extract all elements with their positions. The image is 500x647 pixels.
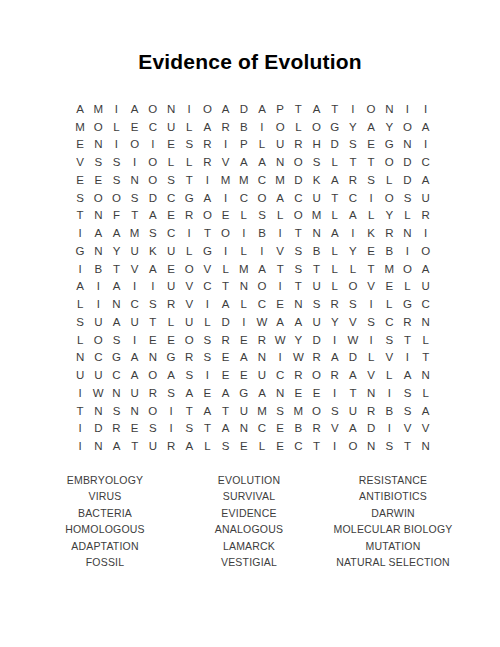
grid-cell[interactable]: E (307, 384, 325, 402)
grid-cell[interactable]: T (71, 402, 89, 420)
grid-cell[interactable]: Y (380, 118, 398, 136)
grid-cell[interactable]: C (253, 171, 271, 189)
grid-cell[interactable]: R (362, 402, 380, 420)
grid-cell[interactable]: S (344, 295, 362, 313)
grid-cell[interactable]: S (162, 384, 180, 402)
grid-cell[interactable]: S (398, 384, 416, 402)
grid-cell[interactable]: I (344, 224, 362, 242)
grid-cell[interactable]: S (380, 437, 398, 455)
grid-cell[interactable]: S (398, 402, 416, 420)
grid-cell[interactable]: I (235, 313, 253, 331)
grid-cell[interactable]: A (144, 207, 162, 225)
grid-cell[interactable]: M (253, 402, 271, 420)
grid-cell[interactable]: O (398, 118, 416, 136)
grid-cell[interactable]: A (162, 366, 180, 384)
grid-cell[interactable]: T (180, 171, 198, 189)
grid-cell[interactable]: U (71, 366, 89, 384)
grid-cell[interactable]: N (417, 366, 435, 384)
grid-cell[interactable]: M (71, 118, 89, 136)
grid-cell[interactable]: D (398, 171, 416, 189)
grid-cell[interactable]: G (235, 384, 253, 402)
grid-cell[interactable]: T (398, 331, 416, 349)
grid-cell[interactable]: E (271, 420, 289, 438)
grid-cell[interactable]: L (180, 242, 198, 260)
grid-cell[interactable]: L (344, 260, 362, 278)
grid-cell[interactable]: C (235, 189, 253, 207)
grid-cell[interactable]: R (380, 224, 398, 242)
grid-cell[interactable]: I (271, 349, 289, 367)
grid-cell[interactable]: S (89, 153, 107, 171)
grid-cell[interactable]: T (198, 224, 216, 242)
grid-cell[interactable]: L (398, 207, 416, 225)
grid-cell[interactable]: O (144, 153, 162, 171)
grid-cell[interactable]: O (198, 207, 216, 225)
grid-cell[interactable]: O (180, 331, 198, 349)
grid-cell[interactable]: R (398, 313, 416, 331)
grid-cell[interactable]: S (344, 136, 362, 154)
grid-cell[interactable]: O (344, 278, 362, 296)
grid-cell[interactable]: A (235, 349, 253, 367)
grid-cell[interactable]: A (217, 295, 235, 313)
grid-cell[interactable]: T (307, 260, 325, 278)
grid-cell[interactable]: D (362, 420, 380, 438)
grid-cell[interactable]: A (417, 260, 435, 278)
grid-cell[interactable]: S (144, 224, 162, 242)
grid-cell[interactable]: L (362, 349, 380, 367)
grid-cell[interactable]: S (180, 366, 198, 384)
grid-cell[interactable]: L (180, 118, 198, 136)
grid-cell[interactable]: O (144, 366, 162, 384)
grid-cell[interactable]: G (398, 295, 416, 313)
grid-cell[interactable]: T (289, 278, 307, 296)
grid-cell[interactable]: R (162, 295, 180, 313)
grid-cell[interactable]: I (417, 224, 435, 242)
grid-cell[interactable]: U (144, 437, 162, 455)
grid-cell[interactable]: I (380, 384, 398, 402)
grid-cell[interactable]: T (271, 260, 289, 278)
grid-cell[interactable]: I (398, 100, 416, 118)
grid-cell[interactable]: A (326, 349, 344, 367)
grid-cell[interactable]: S (144, 420, 162, 438)
grid-cell[interactable]: E (198, 384, 216, 402)
grid-cell[interactable]: C (162, 224, 180, 242)
grid-cell[interactable]: D (89, 420, 107, 438)
grid-cell[interactable]: M (89, 100, 107, 118)
grid-cell[interactable]: E (362, 136, 380, 154)
grid-cell[interactable]: V (417, 420, 435, 438)
grid-cell[interactable]: C (144, 118, 162, 136)
grid-cell[interactable]: E (271, 295, 289, 313)
grid-cell[interactable]: V (180, 278, 198, 296)
grid-cell[interactable]: K (362, 224, 380, 242)
grid-cell[interactable]: E (235, 366, 253, 384)
grid-cell[interactable]: A (107, 278, 125, 296)
grid-cell[interactable]: V (326, 420, 344, 438)
grid-cell[interactable]: T (126, 207, 144, 225)
grid-cell[interactable]: N (417, 437, 435, 455)
grid-cell[interactable]: L (235, 207, 253, 225)
grid-cell[interactable]: C (417, 295, 435, 313)
grid-cell[interactable]: V (362, 278, 380, 296)
grid-cell[interactable]: V (198, 260, 216, 278)
grid-cell[interactable]: C (107, 366, 125, 384)
grid-cell[interactable]: A (344, 207, 362, 225)
grid-cell[interactable]: A (126, 349, 144, 367)
grid-cell[interactable]: R (307, 349, 325, 367)
grid-cell[interactable]: S (380, 331, 398, 349)
grid-cell[interactable]: I (162, 420, 180, 438)
grid-cell[interactable]: S (307, 295, 325, 313)
grid-cell[interactable]: A (235, 153, 253, 171)
grid-cell[interactable]: A (398, 366, 416, 384)
grid-cell[interactable]: A (344, 366, 362, 384)
grid-cell[interactable]: L (398, 278, 416, 296)
grid-cell[interactable]: U (271, 136, 289, 154)
grid-cell[interactable]: O (307, 366, 325, 384)
grid-cell[interactable]: O (307, 118, 325, 136)
grid-cell[interactable]: R (217, 331, 235, 349)
grid-cell[interactable]: S (398, 189, 416, 207)
grid-cell[interactable]: R (180, 207, 198, 225)
grid-cell[interactable]: I (198, 171, 216, 189)
grid-cell[interactable]: M (271, 171, 289, 189)
grid-cell[interactable]: P (235, 136, 253, 154)
grid-cell[interactable]: O (107, 189, 125, 207)
grid-cell[interactable]: A (271, 313, 289, 331)
grid-cell[interactable]: A (126, 100, 144, 118)
grid-cell[interactable]: A (253, 260, 271, 278)
grid-cell[interactable]: A (217, 384, 235, 402)
grid-cell[interactable]: N (107, 384, 125, 402)
grid-cell[interactable]: V (380, 349, 398, 367)
grid-cell[interactable]: L (380, 366, 398, 384)
grid-cell[interactable]: I (235, 224, 253, 242)
grid-cell[interactable]: A (289, 313, 307, 331)
grid-cell[interactable]: I (271, 224, 289, 242)
grid-cell[interactable]: U (89, 313, 107, 331)
grid-cell[interactable]: A (144, 260, 162, 278)
grid-cell[interactable]: U (235, 402, 253, 420)
grid-cell[interactable]: R (344, 171, 362, 189)
grid-cell[interactable]: I (89, 295, 107, 313)
grid-cell[interactable]: F (107, 207, 125, 225)
grid-cell[interactable]: L (217, 260, 235, 278)
grid-cell[interactable]: O (126, 136, 144, 154)
grid-cell[interactable]: N (162, 100, 180, 118)
grid-cell[interactable]: L (326, 242, 344, 260)
grid-cell[interactable]: R (307, 420, 325, 438)
grid-cell[interactable]: L (107, 118, 125, 136)
grid-cell[interactable]: S (107, 331, 125, 349)
grid-cell[interactable]: Y (289, 331, 307, 349)
grid-cell[interactable]: M (307, 207, 325, 225)
grid-cell[interactable]: A (126, 366, 144, 384)
grid-cell[interactable]: S (362, 313, 380, 331)
grid-cell[interactable]: O (217, 224, 235, 242)
grid-cell[interactable]: I (71, 437, 89, 455)
grid-cell[interactable]: R (217, 118, 235, 136)
grid-cell[interactable]: S (71, 313, 89, 331)
grid-cell[interactable]: N (89, 437, 107, 455)
grid-cell[interactable]: N (89, 136, 107, 154)
grid-cell[interactable]: O (198, 100, 216, 118)
grid-cell[interactable]: I (107, 136, 125, 154)
grid-cell[interactable]: I (380, 420, 398, 438)
grid-cell[interactable]: N (71, 349, 89, 367)
grid-cell[interactable]: I (398, 349, 416, 367)
grid-cell[interactable]: L (162, 153, 180, 171)
grid-cell[interactable]: E (162, 207, 180, 225)
grid-cell[interactable]: S (289, 260, 307, 278)
grid-cell[interactable]: R (326, 366, 344, 384)
grid-cell[interactable]: I (344, 100, 362, 118)
grid-cell[interactable]: C (417, 153, 435, 171)
grid-cell[interactable]: N (271, 384, 289, 402)
grid-cell[interactable]: E (217, 366, 235, 384)
grid-cell[interactable]: T (344, 384, 362, 402)
grid-cell[interactable]: T (289, 224, 307, 242)
grid-cell[interactable]: N (89, 207, 107, 225)
grid-cell[interactable]: E (235, 437, 253, 455)
grid-cell[interactable]: O (180, 260, 198, 278)
grid-cell[interactable]: M (217, 171, 235, 189)
grid-cell[interactable]: E (235, 331, 253, 349)
grid-cell[interactable]: T (362, 153, 380, 171)
grid-cell[interactable]: L (71, 295, 89, 313)
grid-cell[interactable]: Y (344, 118, 362, 136)
grid-cell[interactable]: V (344, 313, 362, 331)
grid-cell[interactable]: A (180, 384, 198, 402)
grid-cell[interactable]: I (398, 242, 416, 260)
grid-cell[interactable]: M (380, 260, 398, 278)
grid-cell[interactable]: T (417, 349, 435, 367)
grid-cell[interactable]: B (253, 224, 271, 242)
grid-cell[interactable]: R (107, 420, 125, 438)
grid-cell[interactable]: I (217, 136, 235, 154)
grid-cell[interactable]: A (217, 420, 235, 438)
grid-cell[interactable]: S (180, 420, 198, 438)
grid-cell[interactable]: R (180, 349, 198, 367)
grid-cell[interactable]: L (271, 207, 289, 225)
grid-cell[interactable]: S (217, 437, 235, 455)
grid-cell[interactable]: E (289, 384, 307, 402)
grid-cell[interactable]: I (253, 242, 271, 260)
grid-cell[interactable]: I (162, 402, 180, 420)
grid-cell[interactable]: N (126, 402, 144, 420)
grid-cell[interactable]: L (326, 153, 344, 171)
grid-cell[interactable]: E (362, 242, 380, 260)
grid-cell[interactable]: E (217, 349, 235, 367)
grid-cell[interactable]: I (198, 366, 216, 384)
grid-cell[interactable]: S (362, 171, 380, 189)
grid-cell[interactable]: C (126, 295, 144, 313)
grid-cell[interactable]: N (107, 295, 125, 313)
grid-cell[interactable]: O (89, 118, 107, 136)
grid-cell[interactable]: L (253, 136, 271, 154)
grid-cell[interactable]: S (198, 349, 216, 367)
grid-cell[interactable]: N (362, 437, 380, 455)
grid-cell[interactable]: T (289, 100, 307, 118)
grid-cell[interactable]: R (289, 366, 307, 384)
grid-cell[interactable]: E (89, 171, 107, 189)
grid-cell[interactable]: T (217, 278, 235, 296)
grid-cell[interactable]: O (253, 278, 271, 296)
grid-cell[interactable]: O (362, 100, 380, 118)
grid-cell[interactable]: C (253, 420, 271, 438)
grid-cell[interactable]: I (144, 136, 162, 154)
grid-cell[interactable]: N (253, 349, 271, 367)
grid-cell[interactable]: R (289, 136, 307, 154)
grid-cell[interactable]: I (71, 384, 89, 402)
grid-cell[interactable]: B (380, 242, 398, 260)
grid-cell[interactable]: T (217, 402, 235, 420)
grid-cell[interactable]: R (253, 331, 271, 349)
grid-cell[interactable]: T (144, 313, 162, 331)
grid-cell[interactable]: I (362, 295, 380, 313)
grid-cell[interactable]: V (71, 153, 89, 171)
grid-cell[interactable]: I (126, 331, 144, 349)
grid-cell[interactable]: D (398, 153, 416, 171)
grid-cell[interactable]: G (326, 118, 344, 136)
grid-cell[interactable]: T (107, 260, 125, 278)
grid-cell[interactable]: A (71, 278, 89, 296)
grid-cell[interactable]: A (198, 189, 216, 207)
grid-cell[interactable]: N (271, 153, 289, 171)
grid-cell[interactable]: O (144, 171, 162, 189)
grid-cell[interactable]: O (89, 189, 107, 207)
grid-cell[interactable]: I (126, 153, 144, 171)
grid-cell[interactable]: L (326, 207, 344, 225)
grid-cell[interactable]: U (126, 384, 144, 402)
grid-cell[interactable]: L (235, 242, 253, 260)
grid-cell[interactable]: S (107, 402, 125, 420)
grid-cell[interactable]: L (326, 260, 344, 278)
grid-cell[interactable]: U (126, 242, 144, 260)
grid-cell[interactable]: T (126, 437, 144, 455)
grid-cell[interactable]: M (235, 171, 253, 189)
grid-cell[interactable]: E (271, 437, 289, 455)
grid-cell[interactable]: G (107, 349, 125, 367)
grid-cell[interactable]: I (217, 242, 235, 260)
grid-cell[interactable]: Y (107, 242, 125, 260)
grid-cell[interactable]: C (253, 295, 271, 313)
grid-cell[interactable]: O (380, 153, 398, 171)
grid-cell[interactable]: E (380, 278, 398, 296)
grid-cell[interactable]: E (162, 331, 180, 349)
grid-cell[interactable]: I (180, 224, 198, 242)
grid-cell[interactable]: S (198, 331, 216, 349)
grid-cell[interactable]: G (380, 136, 398, 154)
grid-cell[interactable]: U (180, 313, 198, 331)
grid-cell[interactable]: A (271, 189, 289, 207)
grid-cell[interactable]: C (380, 313, 398, 331)
grid-cell[interactable]: N (235, 420, 253, 438)
grid-cell[interactable]: I (107, 100, 125, 118)
grid-cell[interactable]: W (271, 331, 289, 349)
grid-cell[interactable]: B (289, 420, 307, 438)
grid-cell[interactable]: I (271, 278, 289, 296)
grid-cell[interactable]: G (180, 189, 198, 207)
grid-cell[interactable]: B (380, 402, 398, 420)
grid-cell[interactable]: L (362, 207, 380, 225)
grid-cell[interactable]: S (253, 207, 271, 225)
grid-cell[interactable]: W (344, 331, 362, 349)
grid-cell[interactable]: A (89, 224, 107, 242)
grid-cell[interactable]: W (289, 349, 307, 367)
grid-cell[interactable]: A (217, 100, 235, 118)
grid-cell[interactable]: W (89, 384, 107, 402)
grid-cell[interactable]: D (344, 349, 362, 367)
grid-cell[interactable]: M (235, 260, 253, 278)
grid-cell[interactable]: I (417, 100, 435, 118)
grid-cell[interactable]: K (144, 242, 162, 260)
grid-cell[interactable]: I (144, 278, 162, 296)
grid-cell[interactable]: S (162, 171, 180, 189)
grid-cell[interactable]: I (89, 278, 107, 296)
grid-cell[interactable]: B (89, 260, 107, 278)
grid-cell[interactable]: E (71, 136, 89, 154)
grid-cell[interactable]: L (417, 331, 435, 349)
grid-cell[interactable]: G (198, 242, 216, 260)
grid-cell[interactable]: A (253, 153, 271, 171)
grid-cell[interactable]: A (107, 224, 125, 242)
grid-cell[interactable]: D (289, 171, 307, 189)
grid-cell[interactable]: D (326, 136, 344, 154)
grid-cell[interactable]: L (198, 437, 216, 455)
grid-cell[interactable]: U (307, 278, 325, 296)
grid-cell[interactable]: L (380, 295, 398, 313)
grid-cell[interactable]: C (289, 437, 307, 455)
grid-cell[interactable]: N (398, 136, 416, 154)
grid-cell[interactable]: I (362, 189, 380, 207)
grid-cell[interactable]: D (217, 313, 235, 331)
grid-cell[interactable]: U (417, 278, 435, 296)
grid-cell[interactable]: O (307, 402, 325, 420)
grid-cell[interactable]: W (253, 313, 271, 331)
grid-cell[interactable]: O (89, 331, 107, 349)
grid-cell[interactable]: A (307, 100, 325, 118)
grid-cell[interactable]: N (289, 295, 307, 313)
grid-cell[interactable]: T (307, 437, 325, 455)
grid-cell[interactable]: H (307, 136, 325, 154)
grid-cell[interactable]: T (326, 100, 344, 118)
grid-cell[interactable]: D (144, 189, 162, 207)
grid-cell[interactable]: I (253, 118, 271, 136)
grid-cell[interactable]: N (89, 402, 107, 420)
grid-cell[interactable]: C (162, 189, 180, 207)
grid-cell[interactable]: I (326, 384, 344, 402)
grid-cell[interactable]: U (162, 118, 180, 136)
grid-cell[interactable]: R (417, 207, 435, 225)
grid-cell[interactable]: C (344, 189, 362, 207)
grid-cell[interactable]: U (162, 278, 180, 296)
grid-cell[interactable]: S (180, 136, 198, 154)
grid-cell[interactable]: U (89, 366, 107, 384)
grid-cell[interactable]: G (71, 242, 89, 260)
grid-cell[interactable]: C (289, 189, 307, 207)
grid-cell[interactable]: O (271, 118, 289, 136)
grid-cell[interactable]: T (71, 207, 89, 225)
grid-cell[interactable]: I (326, 331, 344, 349)
grid-cell[interactable]: T (362, 260, 380, 278)
grid-cell[interactable]: A (417, 171, 435, 189)
grid-cell[interactable]: M (126, 224, 144, 242)
grid-cell[interactable]: V (217, 153, 235, 171)
grid-cell[interactable]: T (198, 420, 216, 438)
grid-cell[interactable]: I (71, 260, 89, 278)
grid-cell[interactable]: O (398, 260, 416, 278)
grid-cell[interactable]: D (235, 100, 253, 118)
